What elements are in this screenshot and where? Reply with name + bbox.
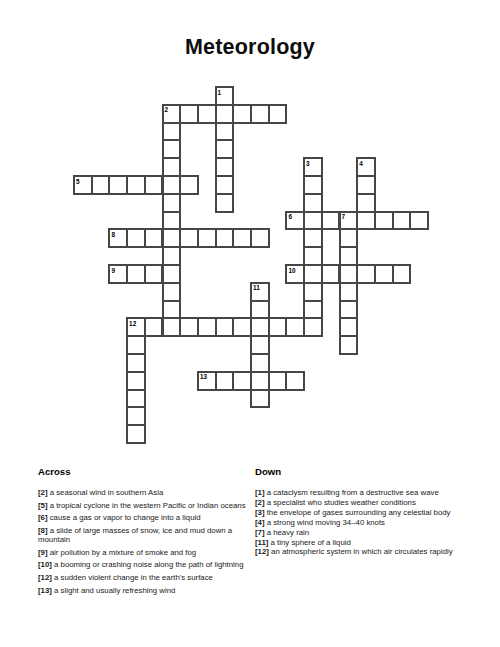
across-clue-list: [2] a seasonal wind in southern Asia[5] … [38, 488, 250, 595]
across-clue: [5] a tropical cyclone in the western Pa… [38, 501, 250, 510]
across-clues-section: Across [2] a seasonal wind in southern A… [38, 466, 250, 598]
down-clue: [12] an atmospheric system in which air … [255, 547, 498, 556]
across-clue: [6] cause a gas or vapor to change into … [38, 513, 250, 522]
clue-number: 13 [200, 373, 207, 380]
clue-number: 3 [306, 160, 310, 167]
grid-cell[interactable] [303, 317, 323, 337]
clue-number: 9 [111, 267, 115, 274]
clue-number: 5 [76, 178, 80, 185]
grid-cell[interactable] [250, 335, 270, 355]
grid-cell[interactable] [179, 175, 199, 195]
grid-cell[interactable] [162, 246, 182, 266]
clue-number: 8 [111, 231, 115, 238]
grid-cell[interactable] [162, 157, 182, 177]
grid-cell[interactable] [339, 246, 359, 266]
down-clue: [3] the envelope of gases surrounding an… [255, 508, 498, 517]
down-clue: [4] a strong wind moving 34–40 knots [255, 518, 498, 527]
down-clue-list: [1] a cataclysm resulting from a destruc… [255, 488, 498, 557]
across-clue: [9] air pollution by a mixture of smoke … [38, 548, 250, 557]
down-clue: [7] a heavy rain [255, 528, 498, 537]
across-header: Across [38, 466, 250, 477]
clue-number: 11 [253, 284, 260, 291]
grid-cell[interactable] [392, 264, 412, 284]
clue-number: 4 [359, 160, 363, 167]
grid-cell[interactable] [215, 157, 235, 177]
grid-cell[interactable] [303, 246, 323, 266]
down-clue: [1] a cataclysm resulting from a destruc… [255, 488, 498, 497]
across-clue: [13] a slight and usually refreshing win… [38, 586, 250, 595]
clue-number: 2 [165, 106, 169, 113]
down-header: Down [255, 466, 498, 477]
grid-cell[interactable] [250, 228, 270, 248]
down-clue: [2] a specialist who studies weather con… [255, 498, 498, 507]
clue-number: 12 [129, 320, 136, 327]
across-clue: [10] a booming or crashing noise along t… [38, 560, 250, 569]
grid-cell[interactable] [285, 371, 305, 391]
crossword-board: 12345678910111213 [73, 86, 427, 442]
grid-cell[interactable] [250, 389, 270, 409]
grid-cell[interactable]: 3 [303, 157, 323, 177]
clue-number: 10 [288, 267, 295, 274]
clue-number: 1 [218, 89, 222, 96]
across-clue: [2] a seasonal wind in southern Asia [38, 488, 250, 497]
across-clue: [12] a sudden violent change in the eart… [38, 573, 250, 582]
grid-cell[interactable] [215, 193, 235, 213]
grid-cell[interactable] [339, 335, 359, 355]
grid-cell[interactable]: 4 [356, 157, 376, 177]
crossword-page: Meteorology 12345678910111213 Across [2]… [0, 0, 500, 647]
across-clue: [8] a slide of large masses of snow, ice… [38, 526, 250, 545]
down-clue: [11] a tiny sphere of a liquid [255, 538, 498, 547]
grid-cell[interactable] [126, 424, 146, 444]
clue-number: 6 [288, 213, 292, 220]
clue-number: 7 [342, 213, 346, 220]
grid-cell[interactable] [409, 211, 429, 231]
puzzle-title: Meteorology [0, 35, 500, 60]
grid-cell[interactable] [268, 104, 288, 124]
down-clues-section: Down [1] a cataclysm resulting from a de… [255, 466, 498, 557]
grid-cell[interactable] [126, 335, 146, 355]
